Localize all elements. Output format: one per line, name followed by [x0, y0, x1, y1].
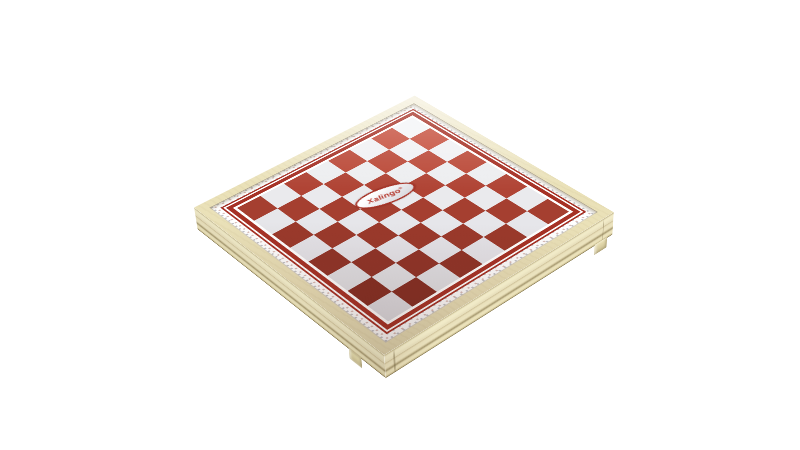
- wood-joint-seam: [393, 349, 396, 373]
- board-top-face: Xalingo®: [194, 96, 614, 355]
- red-border-outer-line: [220, 109, 586, 334]
- perspective-container: Xalingo®: [0, 0, 800, 450]
- speckle-border-band: [209, 103, 598, 343]
- photo-background: Xalingo®: [0, 0, 800, 450]
- photo-rotation-wrapper: Xalingo®: [0, 0, 800, 450]
- red-border-inner-line: [226, 112, 581, 330]
- wood-foot-left: [349, 348, 362, 368]
- wood-foot-right: [594, 237, 607, 255]
- board-box: Xalingo®: [196, 106, 613, 367]
